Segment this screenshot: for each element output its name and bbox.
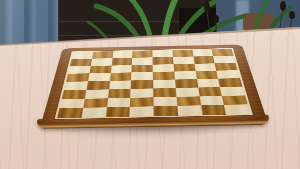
square-h1 (224, 104, 250, 114)
square-f1 (177, 105, 202, 115)
square-a1 (57, 108, 83, 118)
square-b2 (83, 98, 108, 108)
square-c2 (107, 98, 131, 108)
photo-scene (0, 0, 300, 169)
square-c1 (105, 107, 130, 117)
board-grid (55, 48, 253, 119)
square-e1 (154, 106, 178, 116)
square-d1 (130, 106, 154, 116)
square-a2 (59, 99, 84, 109)
square-e2 (153, 97, 177, 107)
chess-board (41, 45, 267, 125)
square-h2 (222, 95, 248, 105)
square-g2 (199, 96, 224, 106)
square-d2 (130, 97, 154, 107)
square-b1 (81, 107, 106, 117)
square-f2 (176, 96, 200, 106)
square-g1 (201, 105, 227, 115)
